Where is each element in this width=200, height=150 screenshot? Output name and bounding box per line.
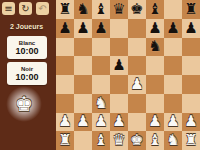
square-a6[interactable]: [56, 38, 74, 57]
square-d4[interactable]: [110, 75, 128, 94]
square-g7[interactable]: ♟: [164, 19, 182, 38]
square-h5[interactable]: [182, 56, 200, 75]
square-a5[interactable]: [56, 56, 74, 75]
piece-black-pawn-d5[interactable]: ♟: [112, 58, 125, 73]
square-f8[interactable]: ♝: [146, 0, 164, 19]
square-d2[interactable]: ♟: [110, 113, 128, 132]
square-f5[interactable]: [146, 56, 164, 75]
square-d6[interactable]: [110, 38, 128, 57]
square-e7[interactable]: [128, 19, 146, 38]
piece-black-pawn-g7[interactable]: ♟: [166, 21, 179, 36]
square-g4[interactable]: [164, 75, 182, 94]
square-c1[interactable]: ♝: [92, 131, 110, 150]
square-f4[interactable]: [146, 75, 164, 94]
square-e1[interactable]: ♚: [128, 131, 146, 150]
square-g5[interactable]: [164, 56, 182, 75]
piece-white-pawn-b2[interactable]: ♟: [76, 114, 89, 129]
square-h1[interactable]: ♜: [182, 131, 200, 150]
square-f6[interactable]: ♞: [146, 38, 164, 57]
piece-black-pawn-h7[interactable]: ♟: [184, 21, 197, 36]
square-c6[interactable]: [92, 38, 110, 57]
piece-white-queen-d1[interactable]: ♛: [112, 133, 125, 148]
square-d7[interactable]: [110, 19, 128, 38]
piece-black-bishop-f8[interactable]: ♝: [148, 2, 161, 17]
piece-black-rook-h8[interactable]: ♜: [184, 2, 197, 17]
piece-white-knight-g1[interactable]: ♞: [166, 133, 179, 148]
undo-icon: ↶: [38, 3, 46, 13]
square-b1[interactable]: [74, 131, 92, 150]
square-e2[interactable]: [128, 113, 146, 132]
square-e5[interactable]: [128, 56, 146, 75]
piece-white-king-e1[interactable]: ♚: [130, 133, 143, 148]
piece-white-pawn-g2[interactable]: ♟: [166, 114, 179, 129]
piece-black-pawn-f7[interactable]: ♟: [148, 21, 161, 36]
square-b7[interactable]: ♟: [74, 19, 92, 38]
square-c2[interactable]: ♟: [92, 113, 110, 132]
piece-white-bishop-f1[interactable]: ♝: [148, 133, 161, 148]
square-a3[interactable]: [56, 94, 74, 113]
square-d3[interactable]: [110, 94, 128, 113]
piece-black-pawn-a7[interactable]: ♟: [58, 21, 71, 36]
square-b6[interactable]: [74, 38, 92, 57]
refresh-icon: ↻: [21, 3, 29, 13]
piece-black-pawn-b7[interactable]: ♟: [76, 21, 89, 36]
square-f3[interactable]: [146, 94, 164, 113]
square-c4[interactable]: [92, 75, 110, 94]
piece-white-pawn-h2[interactable]: ♟: [184, 114, 197, 129]
piece-white-rook-h1[interactable]: ♜: [184, 133, 197, 148]
square-f7[interactable]: ♟: [146, 19, 164, 38]
refresh-button[interactable]: ↻: [19, 2, 32, 15]
sidebar: ≡ ↻ ↶ 2 Joueurs Blanc 10:00 Noir 10:00 ♚: [0, 0, 56, 150]
piece-black-king-e8[interactable]: ♚: [130, 2, 143, 17]
piece-white-pawn-c2[interactable]: ♟: [94, 114, 107, 129]
square-c7[interactable]: ♟: [92, 19, 110, 38]
square-c5[interactable]: [92, 56, 110, 75]
piece-white-pawn-a2[interactable]: ♟: [58, 114, 71, 129]
square-h8[interactable]: ♜: [182, 0, 200, 19]
square-e3[interactable]: [128, 94, 146, 113]
square-d1[interactable]: ♛: [110, 131, 128, 150]
square-g8[interactable]: [164, 0, 182, 19]
square-h2[interactable]: ♟: [182, 113, 200, 132]
piece-white-pawn-e4[interactable]: ♟: [130, 77, 143, 92]
piece-white-knight-c3[interactable]: ♞: [94, 96, 107, 111]
clock-black: Noir 10:00: [7, 62, 47, 85]
chess-board: ♜♞♝♛♚♝♜♟♟♟♟♟♟♞♟♟♞♟♟♟♟♟♟♟♜♝♛♚♝♞♜: [56, 0, 200, 150]
piece-black-bishop-c8[interactable]: ♝: [94, 2, 107, 17]
menu-icon: ≡: [4, 3, 12, 13]
piece-white-pawn-f2[interactable]: ♟: [148, 114, 161, 129]
chess-app-window: ≡ ↻ ↶ 2 Joueurs Blanc 10:00 Noir 10:00 ♚…: [0, 0, 200, 150]
undo-button[interactable]: ↶: [36, 2, 49, 15]
players-mode-title: 2 Joueurs: [0, 23, 53, 30]
square-g2[interactable]: ♟: [164, 113, 182, 132]
square-g1[interactable]: ♞: [164, 131, 182, 150]
square-d5[interactable]: ♟: [110, 56, 128, 75]
square-g3[interactable]: [164, 94, 182, 113]
square-g6[interactable]: [164, 38, 182, 57]
square-d8[interactable]: ♛: [110, 0, 128, 19]
piece-black-rook-a8[interactable]: ♜: [58, 2, 71, 17]
square-c8[interactable]: ♝: [92, 0, 110, 19]
white-king-turn-icon: ♚: [15, 94, 33, 114]
toolbar: ≡ ↻ ↶: [2, 2, 49, 15]
square-h6[interactable]: [182, 38, 200, 57]
square-h7[interactable]: ♟: [182, 19, 200, 38]
square-b8[interactable]: ♞: [74, 0, 92, 19]
piece-black-pawn-c7[interactable]: ♟: [94, 21, 107, 36]
square-h3[interactable]: [182, 94, 200, 113]
square-e6[interactable]: [128, 38, 146, 57]
piece-black-queen-d8[interactable]: ♛: [112, 2, 125, 17]
square-a8[interactable]: ♜: [56, 0, 74, 19]
square-c3[interactable]: ♞: [92, 94, 110, 113]
square-f2[interactable]: ♟: [146, 113, 164, 132]
turn-indicator: ♚: [6, 86, 42, 122]
square-a7[interactable]: ♟: [56, 19, 74, 38]
piece-black-knight-f6[interactable]: ♞: [148, 39, 161, 54]
clock-black-time: 10:00: [15, 72, 38, 82]
menu-button[interactable]: ≡: [2, 2, 15, 15]
square-a1[interactable]: ♜: [56, 131, 74, 150]
square-e8[interactable]: ♚: [128, 0, 146, 19]
piece-black-knight-b8[interactable]: ♞: [76, 2, 89, 17]
piece-white-rook-a1[interactable]: ♜: [58, 133, 71, 148]
piece-white-pawn-d2[interactable]: ♟: [112, 114, 125, 129]
clock-white-time: 10:00: [15, 46, 38, 56]
square-h4[interactable]: [182, 75, 200, 94]
square-e4[interactable]: ♟: [128, 75, 146, 94]
square-a2[interactable]: ♟: [56, 113, 74, 132]
square-f1[interactable]: ♝: [146, 131, 164, 150]
piece-white-bishop-c1[interactable]: ♝: [94, 133, 107, 148]
clock-white: Blanc 10:00: [7, 36, 47, 59]
square-a4[interactable]: [56, 75, 74, 94]
square-b5[interactable]: [74, 56, 92, 75]
square-b4[interactable]: [74, 75, 92, 94]
square-b2[interactable]: ♟: [74, 113, 92, 132]
square-b3[interactable]: [74, 94, 92, 113]
